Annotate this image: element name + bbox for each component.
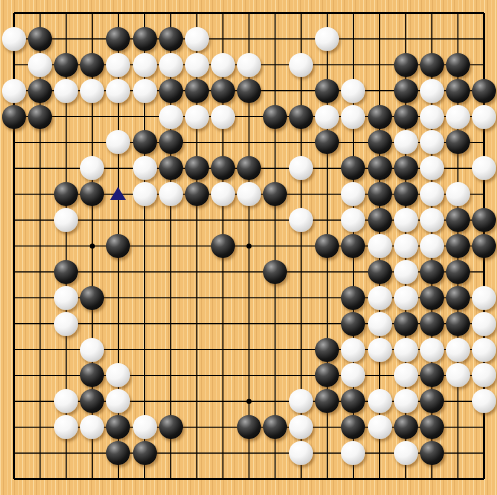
black-stone [420,312,444,336]
white-stone [420,208,444,232]
white-stone [394,234,418,258]
black-stone [446,208,470,232]
white-stone [394,260,418,284]
white-stone [420,105,444,129]
black-stone [420,260,444,284]
white-stone [54,312,78,336]
white-stone [446,105,470,129]
white-stone [185,27,209,51]
black-stone [133,27,157,51]
black-stone [368,182,392,206]
black-stone [133,441,157,465]
black-stone [394,182,418,206]
black-stone [420,286,444,310]
white-stone [315,105,339,129]
white-stone [446,338,470,362]
white-stone [80,79,104,103]
black-stone [368,105,392,129]
white-stone [211,53,235,77]
black-stone [54,53,78,77]
white-stone [394,389,418,413]
white-stone [368,312,392,336]
black-stone [420,389,444,413]
white-stone [394,441,418,465]
black-stone [394,105,418,129]
black-stone [263,105,287,129]
white-stone [368,338,392,362]
white-stone [54,79,78,103]
black-stone [446,53,470,77]
white-stone [368,389,392,413]
white-stone [472,312,496,336]
white-stone [28,53,52,77]
white-stone [341,338,365,362]
white-stone [80,338,104,362]
white-stone [159,53,183,77]
black-stone [28,27,52,51]
black-stone [394,79,418,103]
black-stone [159,156,183,180]
white-stone [211,182,235,206]
black-stone [159,415,183,439]
black-stone [211,79,235,103]
black-stone [211,234,235,258]
black-stone [446,234,470,258]
black-stone [394,312,418,336]
white-stone [211,105,235,129]
black-stone [446,260,470,284]
black-stone [159,79,183,103]
white-stone [446,182,470,206]
white-stone [420,338,444,362]
white-stone [394,130,418,154]
white-stone [472,105,496,129]
white-stone [185,53,209,77]
black-stone [185,79,209,103]
black-stone [28,79,52,103]
white-stone [472,338,496,362]
black-stone [420,441,444,465]
black-stone [446,286,470,310]
black-stone [315,338,339,362]
white-stone [185,105,209,129]
black-stone [394,53,418,77]
black-stone [159,130,183,154]
black-stone [185,156,209,180]
white-stone [368,286,392,310]
white-stone [54,286,78,310]
black-stone [80,286,104,310]
white-stone [133,182,157,206]
white-stone [341,79,365,103]
black-stone [394,156,418,180]
black-stone [28,105,52,129]
white-stone [106,79,130,103]
star-point [246,399,251,404]
white-stone [368,415,392,439]
black-stone [420,415,444,439]
black-stone [368,130,392,154]
black-stone [289,105,313,129]
black-stone [80,53,104,77]
star-point [246,243,251,248]
black-stone [394,415,418,439]
go-board[interactable] [0,0,497,495]
white-stone [420,79,444,103]
black-stone [341,312,365,336]
black-stone [472,234,496,258]
white-stone [289,53,313,77]
black-stone [263,260,287,284]
white-stone [341,105,365,129]
white-stone [420,234,444,258]
white-stone [420,156,444,180]
black-stone [472,79,496,103]
white-stone [394,363,418,387]
black-stone [446,312,470,336]
white-stone [159,182,183,206]
black-stone [420,53,444,77]
black-stone [368,156,392,180]
black-stone [133,130,157,154]
black-stone [159,27,183,51]
white-stone [133,79,157,103]
black-stone [368,208,392,232]
white-stone [394,338,418,362]
white-stone [237,53,261,77]
black-stone [315,79,339,103]
white-stone [472,286,496,310]
white-stone [159,105,183,129]
white-stone [133,415,157,439]
white-stone [2,79,26,103]
white-stone [368,234,392,258]
black-stone [472,208,496,232]
white-stone [133,156,157,180]
triangle-marker [110,187,126,200]
black-stone [2,105,26,129]
star-point [90,243,95,248]
black-stone [237,79,261,103]
black-stone [185,182,209,206]
white-stone [394,208,418,232]
white-stone [2,27,26,51]
white-stone [420,182,444,206]
black-stone [54,260,78,284]
white-stone [133,53,157,77]
white-stone [394,286,418,310]
black-stone [446,79,470,103]
black-stone [368,260,392,284]
